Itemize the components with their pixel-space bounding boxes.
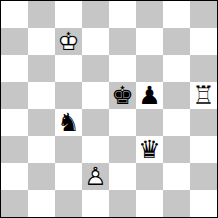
square-c8[interactable] (55, 1, 82, 28)
square-d2[interactable]: ♟♙ (82, 163, 109, 190)
square-h4[interactable] (190, 109, 217, 136)
square-e2[interactable] (109, 163, 136, 190)
chess-board: ♚♔♚♟♜♖♞♛♟♙ (0, 0, 218, 218)
square-g4[interactable] (163, 109, 190, 136)
square-a5[interactable] (1, 82, 28, 109)
square-b3[interactable] (28, 136, 55, 163)
square-e1[interactable] (109, 190, 136, 217)
square-e7[interactable] (109, 28, 136, 55)
square-b2[interactable] (28, 163, 55, 190)
square-h5[interactable]: ♜♖ (190, 82, 217, 109)
square-f4[interactable] (136, 109, 163, 136)
square-h6[interactable] (190, 55, 217, 82)
square-g8[interactable] (163, 1, 190, 28)
square-d7[interactable] (82, 28, 109, 55)
square-d4[interactable] (82, 109, 109, 136)
square-g7[interactable] (163, 28, 190, 55)
square-e6[interactable] (109, 55, 136, 82)
square-h2[interactable] (190, 163, 217, 190)
square-b5[interactable] (28, 82, 55, 109)
square-c2[interactable] (55, 163, 82, 190)
square-d1[interactable] (82, 190, 109, 217)
square-a3[interactable] (1, 136, 28, 163)
square-c5[interactable] (55, 82, 82, 109)
square-f3[interactable]: ♛ (136, 136, 163, 163)
square-e8[interactable] (109, 1, 136, 28)
square-b6[interactable] (28, 55, 55, 82)
white-king: ♚♔ (55, 28, 82, 55)
square-f5[interactable]: ♟ (136, 82, 163, 109)
square-d6[interactable] (82, 55, 109, 82)
square-e5[interactable]: ♚ (109, 82, 136, 109)
black-knight: ♞ (55, 109, 82, 136)
black-king: ♚ (109, 82, 136, 109)
black-queen: ♛ (136, 136, 163, 163)
square-c1[interactable] (55, 190, 82, 217)
square-a8[interactable] (1, 1, 28, 28)
white-pawn: ♟♙ (82, 163, 109, 190)
square-b7[interactable] (28, 28, 55, 55)
white-rook: ♜♖ (190, 82, 217, 109)
square-a7[interactable] (1, 28, 28, 55)
square-g6[interactable] (163, 55, 190, 82)
square-f8[interactable] (136, 1, 163, 28)
square-c7[interactable]: ♚♔ (55, 28, 82, 55)
square-d5[interactable] (82, 82, 109, 109)
square-g1[interactable] (163, 190, 190, 217)
square-f6[interactable] (136, 55, 163, 82)
square-b4[interactable] (28, 109, 55, 136)
black-pawn: ♟ (136, 82, 163, 109)
square-g2[interactable] (163, 163, 190, 190)
square-h3[interactable] (190, 136, 217, 163)
square-c3[interactable] (55, 136, 82, 163)
square-a2[interactable] (1, 163, 28, 190)
square-h1[interactable] (190, 190, 217, 217)
square-f1[interactable] (136, 190, 163, 217)
square-d3[interactable] (82, 136, 109, 163)
square-e3[interactable] (109, 136, 136, 163)
square-g5[interactable] (163, 82, 190, 109)
square-a6[interactable] (1, 55, 28, 82)
square-b8[interactable] (28, 1, 55, 28)
square-d8[interactable] (82, 1, 109, 28)
square-c4[interactable]: ♞ (55, 109, 82, 136)
square-h8[interactable] (190, 1, 217, 28)
square-a4[interactable] (1, 109, 28, 136)
square-f2[interactable] (136, 163, 163, 190)
square-b1[interactable] (28, 190, 55, 217)
square-h7[interactable] (190, 28, 217, 55)
square-e4[interactable] (109, 109, 136, 136)
chess-diagram: ♚♔♚♟♜♖♞♛♟♙ (0, 0, 218, 218)
square-g3[interactable] (163, 136, 190, 163)
square-c6[interactable] (55, 55, 82, 82)
square-f7[interactable] (136, 28, 163, 55)
square-a1[interactable] (1, 190, 28, 217)
